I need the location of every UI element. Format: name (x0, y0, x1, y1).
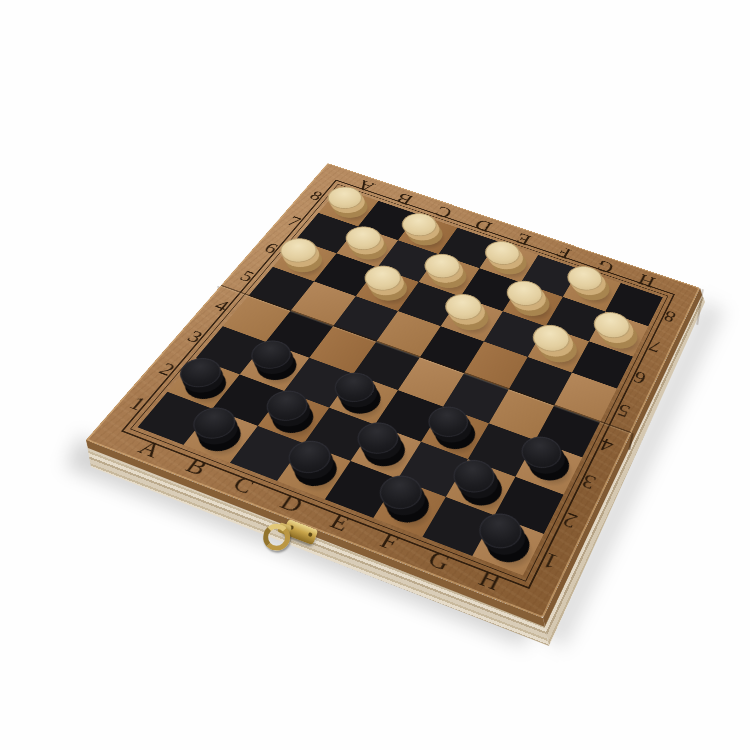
light-checker[interactable] (569, 271, 614, 304)
dark-checker[interactable] (379, 483, 436, 528)
clasp-hook (262, 523, 290, 551)
product-photo-stage: AA11BB22CC33DD44EE55FF66GG77HH88 (0, 0, 750, 750)
dark-checker[interactable] (357, 429, 412, 471)
dark-checker[interactable] (480, 521, 536, 568)
